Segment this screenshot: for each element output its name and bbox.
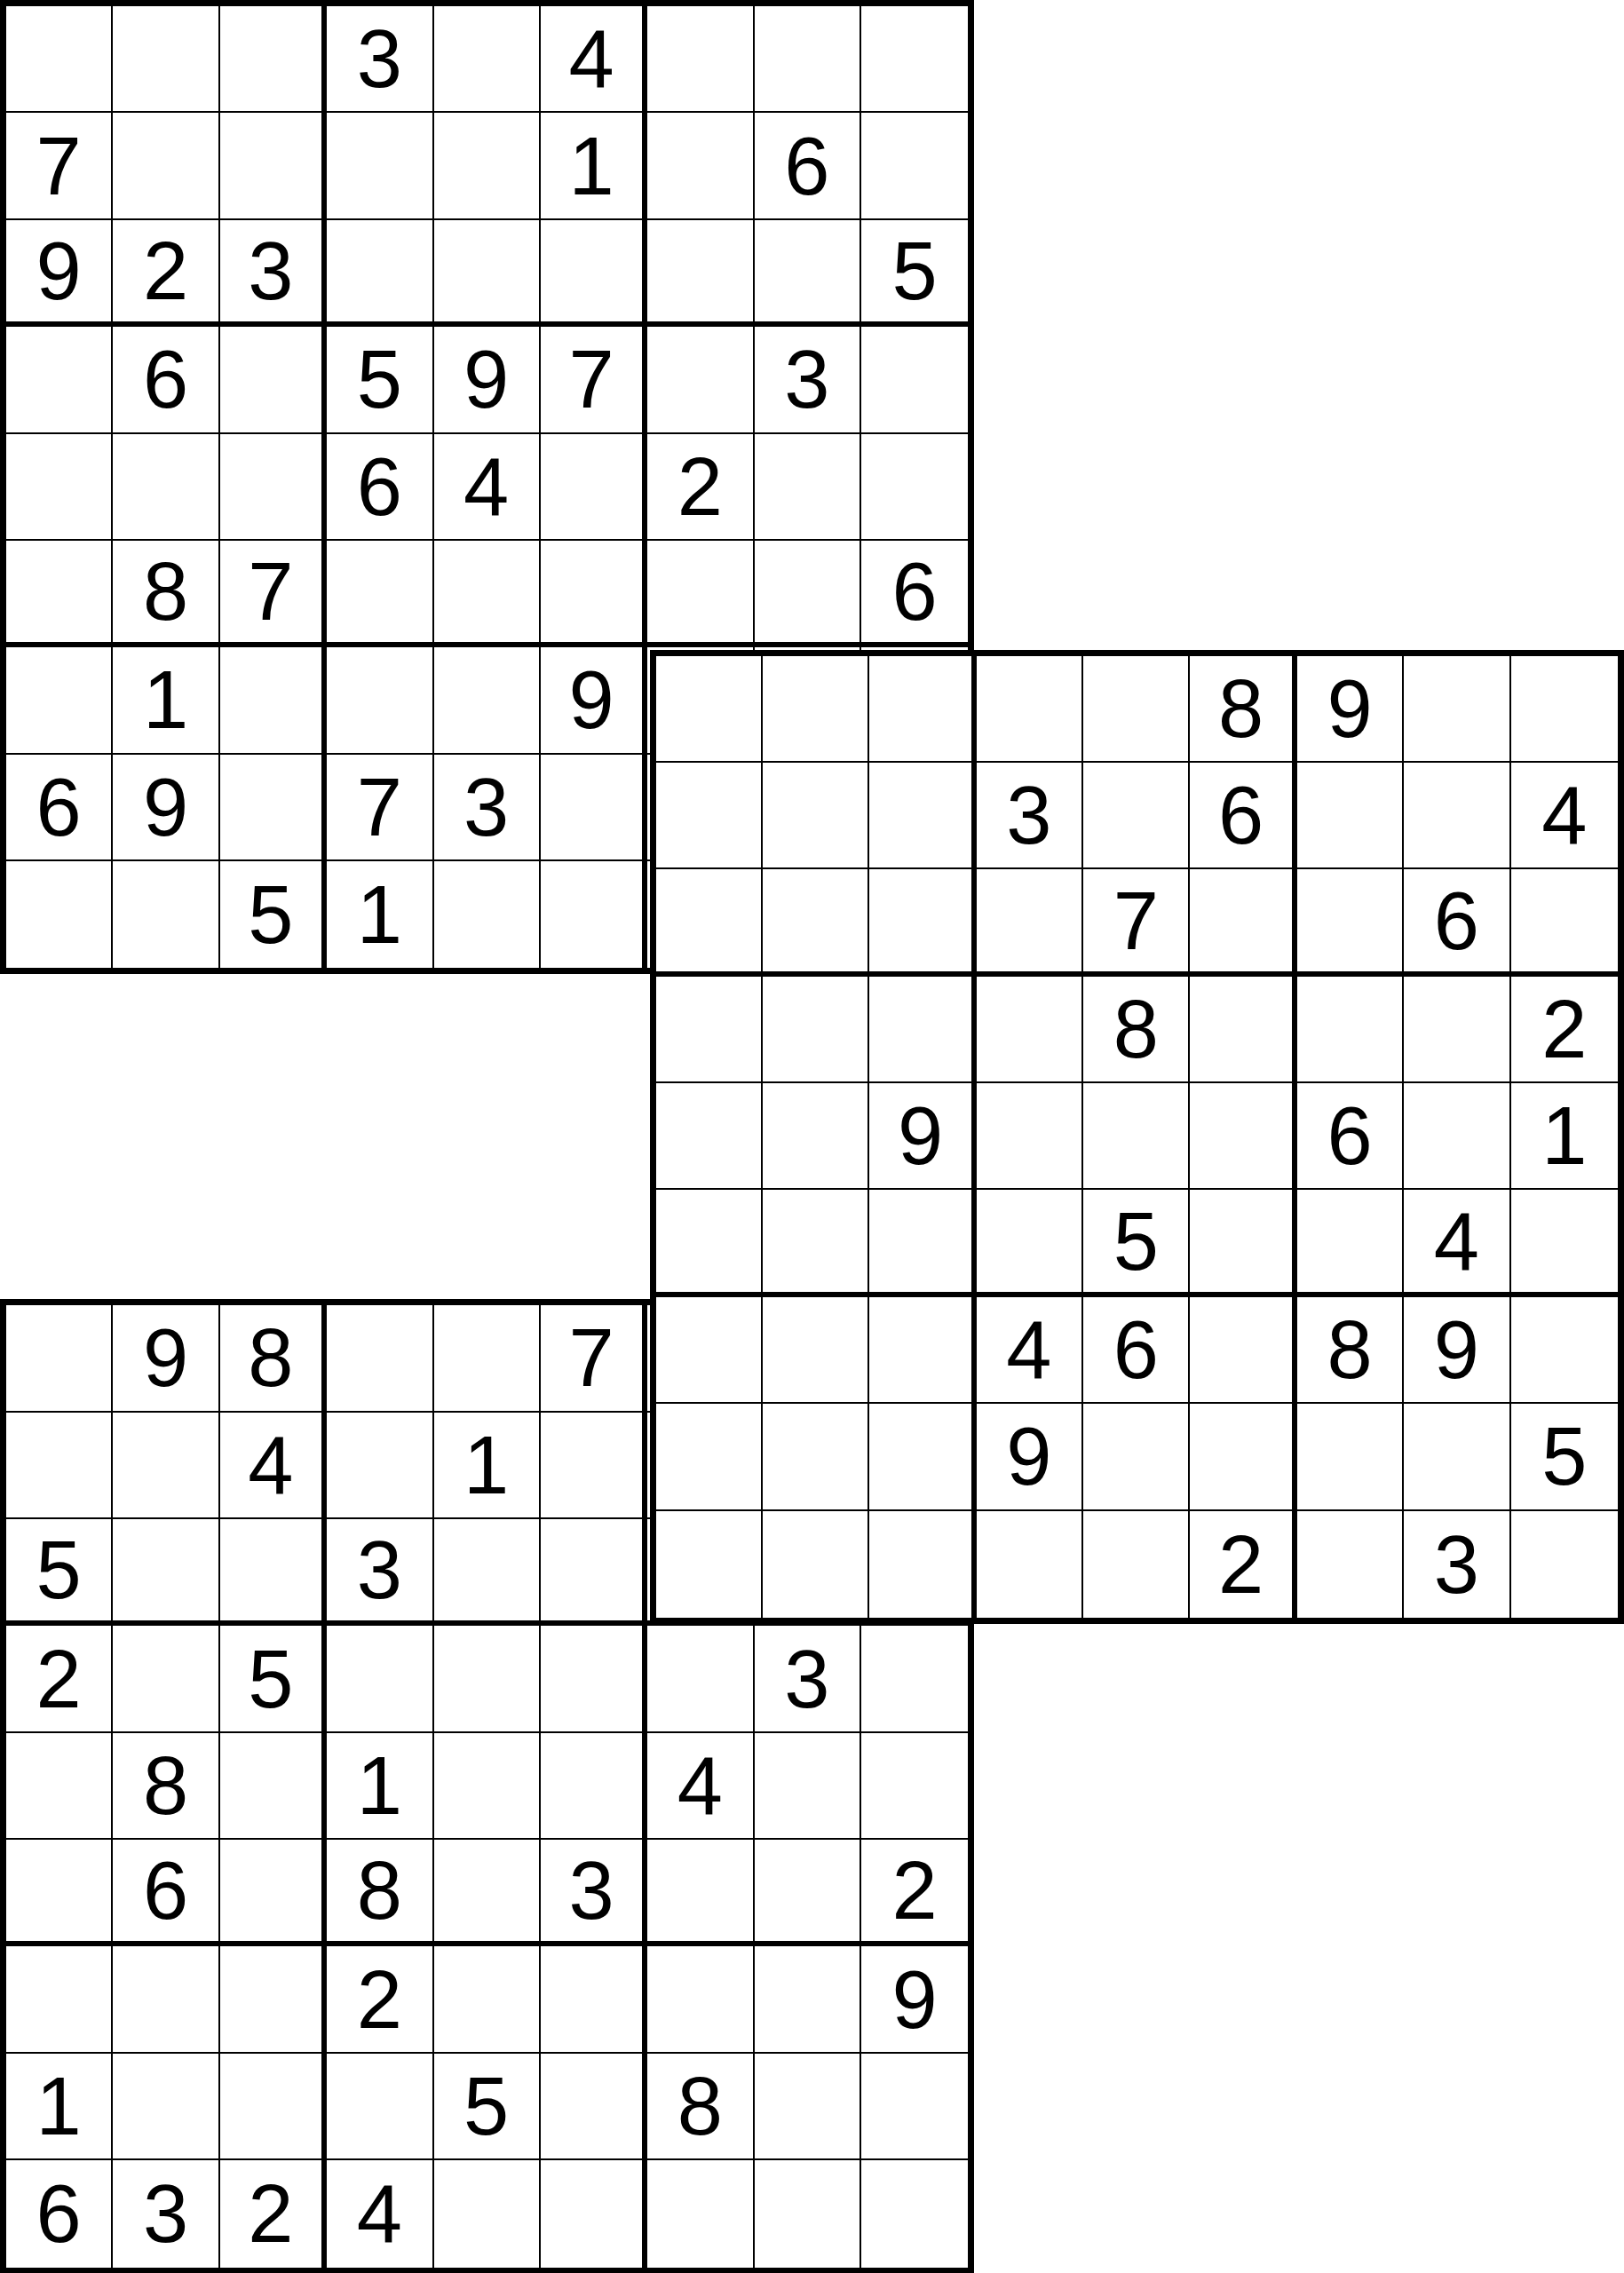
cell-r13c13[interactable]: 8: [1297, 1297, 1404, 1404]
cell-r2c3[interactable]: [220, 113, 327, 219]
cell-r17c7[interactable]: 4: [647, 1733, 754, 1840]
cell-r10c8[interactable]: [763, 977, 869, 1083]
cell-r3c7[interactable]: [647, 220, 754, 327]
cell-r20c7[interactable]: 8: [647, 2054, 754, 2160]
cell-r8c1[interactable]: 6: [6, 755, 113, 861]
cell-r11c13[interactable]: 6: [1297, 1083, 1404, 1190]
cell-r7c14[interactable]: [1404, 656, 1510, 763]
cell-r7c10[interactable]: [977, 656, 1083, 763]
cell-r4c8[interactable]: 3: [755, 327, 861, 433]
cell-r8c3[interactable]: [220, 755, 327, 861]
cell-r18c5[interactable]: [434, 1840, 541, 1946]
cell-r6c6[interactable]: [541, 541, 647, 647]
cell-r21c3[interactable]: 2: [220, 2160, 327, 2267]
cell-r11c7[interactable]: [656, 1083, 763, 1190]
cell-r6c7[interactable]: [647, 541, 754, 647]
cell-r17c3[interactable]: [220, 1733, 327, 1840]
cell-r17c4[interactable]: 1: [327, 1733, 433, 1840]
cell-r12c11[interactable]: 5: [1083, 1190, 1190, 1296]
cell-r1c1[interactable]: [6, 6, 113, 113]
cell-r20c4[interactable]: [327, 2054, 433, 2160]
cell-r21c4[interactable]: 4: [327, 2160, 433, 2267]
cell-r7c5[interactable]: [434, 647, 541, 754]
cell-r5c1[interactable]: [6, 434, 113, 541]
cell-r5c9[interactable]: [861, 434, 968, 541]
cell-r18c4[interactable]: 8: [327, 1840, 433, 1946]
cell-r4c9[interactable]: [861, 327, 968, 433]
cell-r9c6[interactable]: [541, 861, 647, 968]
cell-r1c9[interactable]: [861, 6, 968, 113]
cell-r7c9[interactable]: [869, 656, 976, 763]
cell-r10c12[interactable]: [1190, 977, 1296, 1083]
cell-r19c6[interactable]: [541, 1946, 647, 2053]
cell-r12c10[interactable]: [977, 1190, 1083, 1296]
cell-r1c8[interactable]: [755, 6, 861, 113]
cell-r11c10[interactable]: [977, 1083, 1083, 1190]
cell-r18c7[interactable]: [647, 1840, 754, 1946]
sudoku-grid-middle-right: 8936476829615446899523: [650, 650, 1624, 1624]
cell-r21c1[interactable]: 6: [6, 2160, 113, 2267]
cell-r13c8[interactable]: [763, 1297, 869, 1404]
cell-r9c10[interactable]: [977, 869, 1083, 976]
cell-r13c6[interactable]: 7: [541, 1305, 647, 1412]
cell-r15c9[interactable]: [869, 1511, 976, 1618]
cell-r5c7[interactable]: 2: [647, 434, 754, 541]
cell-r8c4[interactable]: 7: [327, 755, 433, 861]
cell-r12c9[interactable]: [869, 1190, 976, 1296]
cell-r7c2[interactable]: 1: [113, 647, 219, 754]
cell-r5c2[interactable]: [113, 434, 219, 541]
cell-r13c10[interactable]: 4: [977, 1297, 1083, 1404]
cell-r11c15[interactable]: 1: [1511, 1083, 1618, 1190]
cell-r18c8[interactable]: [755, 1840, 861, 1946]
cell-r16c8[interactable]: 3: [755, 1626, 861, 1732]
cell-r21c7[interactable]: [647, 2160, 754, 2267]
cell-r19c1[interactable]: [6, 1946, 113, 2053]
cell-r9c2[interactable]: [113, 861, 219, 968]
cell-r6c5[interactable]: [434, 541, 541, 647]
cell-r13c14[interactable]: 9: [1404, 1297, 1510, 1404]
cell-r16c5[interactable]: [434, 1626, 541, 1732]
cell-r10c14[interactable]: [1404, 977, 1510, 1083]
cell-r3c8[interactable]: [755, 220, 861, 327]
cell-r15c6[interactable]: [541, 1519, 647, 1626]
cell-r3c4[interactable]: [327, 220, 433, 327]
cell-r8c2[interactable]: 9: [113, 755, 219, 861]
cell-r17c2[interactable]: 8: [113, 1733, 219, 1840]
cell-r7c1[interactable]: [6, 647, 113, 754]
cell-r6c3[interactable]: 7: [220, 541, 327, 647]
cell-r1c3[interactable]: [220, 6, 327, 113]
cell-r6c2[interactable]: 8: [113, 541, 219, 647]
cell-r10c7[interactable]: [656, 977, 763, 1083]
cell-r10c11[interactable]: 8: [1083, 977, 1190, 1083]
cell-r20c3[interactable]: [220, 2054, 327, 2160]
cell-r2c7[interactable]: [647, 113, 754, 219]
cell-r7c12[interactable]: 8: [1190, 656, 1296, 763]
cell-r21c6[interactable]: [541, 2160, 647, 2267]
cell-r14c9[interactable]: [869, 1404, 976, 1510]
cell-r7c3[interactable]: [220, 647, 327, 754]
cell-r13c1[interactable]: [6, 1305, 113, 1412]
cell-r14c10[interactable]: 9: [977, 1404, 1083, 1510]
cell-r15c2[interactable]: [113, 1519, 219, 1626]
cell-r15c4[interactable]: 3: [327, 1519, 433, 1626]
cell-r11c11[interactable]: [1083, 1083, 1190, 1190]
cell-r21c2[interactable]: 3: [113, 2160, 219, 2267]
cell-r2c2[interactable]: [113, 113, 219, 219]
cell-r7c15[interactable]: [1511, 656, 1618, 763]
cell-r8c6[interactable]: [541, 755, 647, 861]
cell-r18c9[interactable]: 2: [861, 1840, 968, 1946]
cell-r7c6[interactable]: 9: [541, 647, 647, 754]
cell-r13c2[interactable]: 9: [113, 1305, 219, 1412]
puzzle-canvas: 3471692356597364287619697351 98741532538…: [0, 0, 1624, 2273]
cell-r4c3[interactable]: [220, 327, 327, 433]
cell-r8c9[interactable]: [869, 763, 976, 869]
cell-r8c7[interactable]: [656, 763, 763, 869]
cell-r9c7[interactable]: [656, 869, 763, 976]
cell-r14c12[interactable]: [1190, 1404, 1296, 1510]
cell-r14c15[interactable]: 5: [1511, 1404, 1618, 1510]
cell-r14c2[interactable]: [113, 1413, 219, 1519]
cell-r20c8[interactable]: [755, 2054, 861, 2160]
cell-r13c12[interactable]: [1190, 1297, 1296, 1404]
cell-r21c8[interactable]: [755, 2160, 861, 2267]
cell-r9c13[interactable]: [1297, 869, 1404, 976]
cell-r13c4[interactable]: [327, 1305, 433, 1412]
cell-r7c7[interactable]: [656, 656, 763, 763]
cell-r8c12[interactable]: 6: [1190, 763, 1296, 869]
cell-r2c5[interactable]: [434, 113, 541, 219]
cell-r15c13[interactable]: [1297, 1511, 1404, 1618]
cell-r9c9[interactable]: [869, 869, 976, 976]
cell-r14c3[interactable]: 4: [220, 1413, 327, 1519]
cell-r21c9[interactable]: [861, 2160, 968, 2267]
cell-r15c14[interactable]: 3: [1404, 1511, 1510, 1618]
cell-r9c15[interactable]: [1511, 869, 1618, 976]
cell-r3c2[interactable]: 2: [113, 220, 219, 327]
cell-r20c1[interactable]: 1: [6, 2054, 113, 2160]
cell-r10c9[interactable]: [869, 977, 976, 1083]
cell-r13c7[interactable]: [656, 1297, 763, 1404]
cell-r8c14[interactable]: [1404, 763, 1510, 869]
cell-r14c1[interactable]: [6, 1413, 113, 1519]
cell-r14c7[interactable]: [656, 1404, 763, 1510]
cell-r1c5[interactable]: [434, 6, 541, 113]
cell-r5c4[interactable]: 6: [327, 434, 433, 541]
cell-r6c9[interactable]: 6: [861, 541, 968, 647]
cell-r6c1[interactable]: [6, 541, 113, 647]
cell-r9c3[interactable]: 5: [220, 861, 327, 968]
cell-r4c4[interactable]: 5: [327, 327, 433, 433]
cell-r10c13[interactable]: [1297, 977, 1404, 1083]
cell-r15c8[interactable]: [763, 1511, 869, 1618]
cell-r20c9[interactable]: [861, 2054, 968, 2160]
cell-r9c4[interactable]: 1: [327, 861, 433, 968]
cell-r14c13[interactable]: [1297, 1404, 1404, 1510]
cell-r12c8[interactable]: [763, 1190, 869, 1296]
cell-r11c12[interactable]: [1190, 1083, 1296, 1190]
cell-r12c13[interactable]: [1297, 1190, 1404, 1296]
cell-r9c8[interactable]: [763, 869, 869, 976]
cell-r15c1[interactable]: 5: [6, 1519, 113, 1626]
cell-r13c5[interactable]: [434, 1305, 541, 1412]
cell-r8c8[interactable]: [763, 763, 869, 869]
cell-r19c5[interactable]: [434, 1946, 541, 2053]
cell-r14c14[interactable]: [1404, 1404, 1510, 1510]
cell-r17c9[interactable]: [861, 1733, 968, 1840]
cell-r2c8[interactable]: 6: [755, 113, 861, 219]
cell-r13c15[interactable]: [1511, 1297, 1618, 1404]
cell-r16c9[interactable]: [861, 1626, 968, 1732]
cell-r4c5[interactable]: 9: [434, 327, 541, 433]
cell-r12c7[interactable]: [656, 1190, 763, 1296]
cell-r18c2[interactable]: 6: [113, 1840, 219, 1946]
cell-r19c4[interactable]: 2: [327, 1946, 433, 2053]
cell-r2c9[interactable]: [861, 113, 968, 219]
cell-r8c11[interactable]: [1083, 763, 1190, 869]
cell-r10c10[interactable]: [977, 977, 1083, 1083]
cell-r8c13[interactable]: [1297, 763, 1404, 869]
cell-r3c1[interactable]: 9: [6, 220, 113, 327]
cell-r8c15[interactable]: 4: [1511, 763, 1618, 869]
cell-r16c6[interactable]: [541, 1626, 647, 1732]
cell-r13c11[interactable]: 6: [1083, 1297, 1190, 1404]
cell-r7c8[interactable]: [763, 656, 869, 763]
cell-r9c11[interactable]: 7: [1083, 869, 1190, 976]
cell-r19c3[interactable]: [220, 1946, 327, 2053]
cell-r15c5[interactable]: [434, 1519, 541, 1626]
cell-r18c3[interactable]: [220, 1840, 327, 1946]
cell-r12c15[interactable]: [1511, 1190, 1618, 1296]
cell-r13c3[interactable]: 8: [220, 1305, 327, 1412]
cell-r19c9[interactable]: 9: [861, 1946, 968, 2053]
cell-r11c14[interactable]: [1404, 1083, 1510, 1190]
cell-r16c7[interactable]: [647, 1626, 754, 1732]
cell-r5c6[interactable]: [541, 434, 647, 541]
cell-r16c3[interactable]: 5: [220, 1626, 327, 1732]
cell-r14c6[interactable]: [541, 1413, 647, 1519]
cell-r14c11[interactable]: [1083, 1404, 1190, 1510]
cell-r12c14[interactable]: 4: [1404, 1190, 1510, 1296]
cell-r17c8[interactable]: [755, 1733, 861, 1840]
cell-r17c5[interactable]: [434, 1733, 541, 1840]
cell-r6c4[interactable]: [327, 541, 433, 647]
cell-r18c1[interactable]: [6, 1840, 113, 1946]
cell-r1c2[interactable]: [113, 6, 219, 113]
cell-r4c2[interactable]: 6: [113, 327, 219, 433]
cell-r15c10[interactable]: [977, 1511, 1083, 1618]
cell-r11c9[interactable]: 9: [869, 1083, 976, 1190]
cell-r1c7[interactable]: [647, 6, 754, 113]
cell-r15c12[interactable]: 2: [1190, 1511, 1296, 1618]
cell-r9c5[interactable]: [434, 861, 541, 968]
cell-r15c15[interactable]: [1511, 1511, 1618, 1618]
cell-r4c1[interactable]: [6, 327, 113, 433]
cell-r9c1[interactable]: [6, 861, 113, 968]
cell-r3c3[interactable]: 3: [220, 220, 327, 327]
cell-r19c2[interactable]: [113, 1946, 219, 2053]
cell-r15c7[interactable]: [656, 1511, 763, 1618]
cell-r20c2[interactable]: [113, 2054, 219, 2160]
cell-r2c1[interactable]: 7: [6, 113, 113, 219]
cell-r6c8[interactable]: [755, 541, 861, 647]
cell-r20c6[interactable]: [541, 2054, 647, 2160]
cell-r2c4[interactable]: [327, 113, 433, 219]
cell-r1c4[interactable]: 3: [327, 6, 433, 113]
cell-r16c4[interactable]: [327, 1626, 433, 1732]
cell-r16c2[interactable]: [113, 1626, 219, 1732]
cell-r7c11[interactable]: [1083, 656, 1190, 763]
cell-r10c15[interactable]: 2: [1511, 977, 1618, 1083]
cell-r3c5[interactable]: [434, 220, 541, 327]
cell-r17c1[interactable]: [6, 1733, 113, 1840]
cell-r2c6[interactable]: 1: [541, 113, 647, 219]
cell-r5c5[interactable]: 4: [434, 434, 541, 541]
cell-r5c3[interactable]: [220, 434, 327, 541]
cell-r3c6[interactable]: [541, 220, 647, 327]
cell-r15c11[interactable]: [1083, 1511, 1190, 1618]
cell-r1c6[interactable]: 4: [541, 6, 647, 113]
cell-r9c12[interactable]: [1190, 869, 1296, 976]
cell-r13c9[interactable]: [869, 1297, 976, 1404]
cell-r17c6[interactable]: [541, 1733, 647, 1840]
cell-r19c7[interactable]: [647, 1946, 754, 2053]
cell-r14c5[interactable]: 1: [434, 1413, 541, 1519]
cell-r11c8[interactable]: [763, 1083, 869, 1190]
cell-r16c1[interactable]: 2: [6, 1626, 113, 1732]
cell-r7c4[interactable]: [327, 647, 433, 754]
cell-r14c8[interactable]: [763, 1404, 869, 1510]
cell-r15c3[interactable]: [220, 1519, 327, 1626]
cell-r14c4[interactable]: [327, 1413, 433, 1519]
cell-r20c5[interactable]: 5: [434, 2054, 541, 2160]
cell-r7c13[interactable]: 9: [1297, 656, 1404, 763]
cell-r19c8[interactable]: [755, 1946, 861, 2053]
cell-r4c6[interactable]: 7: [541, 327, 647, 433]
cell-r9c14[interactable]: 6: [1404, 869, 1510, 976]
cell-r12c12[interactable]: [1190, 1190, 1296, 1296]
cell-r18c6[interactable]: 3: [541, 1840, 647, 1946]
cell-r21c5[interactable]: [434, 2160, 541, 2267]
cell-r5c8[interactable]: [755, 434, 861, 541]
cell-r8c10[interactable]: 3: [977, 763, 1083, 869]
cell-r3c9[interactable]: 5: [861, 220, 968, 327]
cell-r8c5[interactable]: 3: [434, 755, 541, 861]
cell-r4c7[interactable]: [647, 327, 754, 433]
